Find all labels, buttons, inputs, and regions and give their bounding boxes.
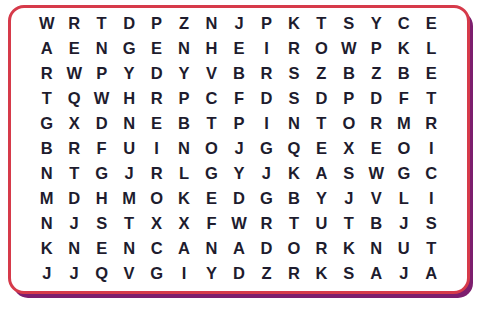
grid-cell-r10c4[interactable]: N: [115, 236, 142, 261]
grid-cell-r4c5[interactable]: R: [143, 86, 170, 111]
grid-cell-r7c13[interactable]: W: [363, 161, 390, 186]
grid-cell-r2c13[interactable]: P: [363, 36, 390, 61]
grid-cell-r1c4[interactable]: D: [115, 11, 142, 36]
grid-cell-r8c2[interactable]: D: [60, 186, 87, 211]
grid-cell-r5c3[interactable]: D: [88, 111, 115, 136]
grid-cell-r11c4[interactable]: V: [115, 261, 142, 286]
grid-cell-r8c13[interactable]: V: [363, 186, 390, 211]
grid-cell-r7c9[interactable]: J: [253, 161, 280, 186]
grid-cell-r4c8[interactable]: F: [225, 86, 252, 111]
grid-cell-r4c11[interactable]: D: [308, 86, 335, 111]
grid-cell-r2c5[interactable]: E: [143, 36, 170, 61]
grid-cell-r7c11[interactable]: A: [308, 161, 335, 186]
grid-cell-r2c9[interactable]: I: [253, 36, 280, 61]
grid-cell-r11c9[interactable]: Z: [253, 261, 280, 286]
grid-cell-r3c11[interactable]: Z: [308, 61, 335, 86]
grid-cell-r2c12[interactable]: W: [335, 36, 362, 61]
grid-cell-r5c9[interactable]: I: [253, 111, 280, 136]
grid-cell-r11c11[interactable]: K: [308, 261, 335, 286]
grid-cell-r1c7[interactable]: N: [198, 11, 225, 36]
grid-cell-r10c10[interactable]: O: [280, 236, 307, 261]
grid-cell-r9c3[interactable]: S: [88, 211, 115, 236]
grid-cell-r8c11[interactable]: Y: [308, 186, 335, 211]
grid-cell-r11c7[interactable]: Y: [198, 261, 225, 286]
grid-cell-r6c8[interactable]: J: [225, 136, 252, 161]
grid-cell-r8c15[interactable]: I: [418, 186, 445, 211]
grid-cell-r2c15[interactable]: L: [418, 36, 445, 61]
grid-cell-r6c9[interactable]: G: [253, 136, 280, 161]
grid-cell-r7c3[interactable]: G: [88, 161, 115, 186]
grid-cell-r11c10[interactable]: R: [280, 261, 307, 286]
grid-cell-r2c7[interactable]: H: [198, 36, 225, 61]
grid-cell-r10c3[interactable]: E: [88, 236, 115, 261]
grid-cell-r3c14[interactable]: B: [390, 61, 417, 86]
grid-cell-r4c9[interactable]: D: [253, 86, 280, 111]
grid-cell-r3c9[interactable]: R: [253, 61, 280, 86]
grid-cell-r6c2[interactable]: R: [60, 136, 87, 161]
grid-cell-r7c1[interactable]: N: [33, 161, 60, 186]
grid-cell-r3c10[interactable]: S: [280, 61, 307, 86]
grid-cell-r1c15[interactable]: E: [418, 11, 445, 36]
grid-cell-r2c6[interactable]: N: [170, 36, 197, 61]
grid-cell-r10c11[interactable]: R: [308, 236, 335, 261]
grid-cell-r10c7[interactable]: N: [198, 236, 225, 261]
grid-cell-r1c5[interactable]: P: [143, 11, 170, 36]
grid-cell-r4c6[interactable]: P: [170, 86, 197, 111]
grid-cell-r8c4[interactable]: M: [115, 186, 142, 211]
grid-cell-r6c14[interactable]: O: [390, 136, 417, 161]
grid-cell-r5c5[interactable]: E: [143, 111, 170, 136]
grid-cell-r4c12[interactable]: P: [335, 86, 362, 111]
grid-cell-r8c7[interactable]: E: [198, 186, 225, 211]
grid-cell-r10c14[interactable]: U: [390, 236, 417, 261]
grid-cell-r6c6[interactable]: N: [170, 136, 197, 161]
grid-cell-r9c14[interactable]: J: [390, 211, 417, 236]
grid-cell-r5c4[interactable]: N: [115, 111, 142, 136]
grid-cell-r3c5[interactable]: D: [143, 61, 170, 86]
grid-cell-r4c1[interactable]: T: [33, 86, 60, 111]
grid-cell-r1c6[interactable]: Z: [170, 11, 197, 36]
grid-cell-r2c3[interactable]: N: [88, 36, 115, 61]
grid-cell-r11c15[interactable]: A: [418, 261, 445, 286]
grid-cell-r7c12[interactable]: S: [335, 161, 362, 186]
grid-cell-r6c15[interactable]: I: [418, 136, 445, 161]
grid-cell-r4c7[interactable]: C: [198, 86, 225, 111]
grid-cell-r9c8[interactable]: W: [225, 211, 252, 236]
grid-cell-r3c15[interactable]: E: [418, 61, 445, 86]
grid-cell-r7c6[interactable]: L: [170, 161, 197, 186]
grid-cell-r3c7[interactable]: V: [198, 61, 225, 86]
grid-cell-r9c13[interactable]: B: [363, 211, 390, 236]
grid-cell-r3c4[interactable]: Y: [115, 61, 142, 86]
grid-cell-r1c2[interactable]: R: [60, 11, 87, 36]
grid-cell-r6c7[interactable]: O: [198, 136, 225, 161]
grid-cell-r10c2[interactable]: N: [60, 236, 87, 261]
grid-cell-r1c8[interactable]: J: [225, 11, 252, 36]
grid-cell-r1c12[interactable]: S: [335, 11, 362, 36]
grid-cell-r7c14[interactable]: G: [390, 161, 417, 186]
grid-cell-r10c13[interactable]: N: [363, 236, 390, 261]
grid-cell-r4c15[interactable]: T: [418, 86, 445, 111]
grid-cell-r2c11[interactable]: O: [308, 36, 335, 61]
grid-cell-r2c1[interactable]: A: [33, 36, 60, 61]
grid-cell-r7c4[interactable]: J: [115, 161, 142, 186]
grid-cell-r1c14[interactable]: C: [390, 11, 417, 36]
grid-cell-r8c9[interactable]: G: [253, 186, 280, 211]
grid-cell-r6c5[interactable]: I: [143, 136, 170, 161]
grid-cell-r5c10[interactable]: N: [280, 111, 307, 136]
grid-cell-r10c9[interactable]: D: [253, 236, 280, 261]
grid-cell-r3c3[interactable]: P: [88, 61, 115, 86]
grid-cell-r9c4[interactable]: T: [115, 211, 142, 236]
grid-cell-r4c2[interactable]: Q: [60, 86, 87, 111]
grid-cell-r4c10[interactable]: S: [280, 86, 307, 111]
grid-cell-r11c13[interactable]: A: [363, 261, 390, 286]
grid-cell-r8c10[interactable]: B: [280, 186, 307, 211]
grid-cell-r11c1[interactable]: J: [33, 261, 60, 286]
grid-cell-r9c11[interactable]: U: [308, 211, 335, 236]
grid-cell-r10c8[interactable]: A: [225, 236, 252, 261]
grid-cell-r9c2[interactable]: J: [60, 211, 87, 236]
grid-cell-r8c12[interactable]: J: [335, 186, 362, 211]
grid-cell-r6c1[interactable]: B: [33, 136, 60, 161]
grid-cell-r6c11[interactable]: E: [308, 136, 335, 161]
grid-cell-r5c14[interactable]: M: [390, 111, 417, 136]
grid-cell-r10c1[interactable]: K: [33, 236, 60, 261]
grid-cell-r2c14[interactable]: K: [390, 36, 417, 61]
grid-cell-r9c1[interactable]: N: [33, 211, 60, 236]
grid-cell-r6c10[interactable]: Q: [280, 136, 307, 161]
grid-cell-r5c2[interactable]: X: [60, 111, 87, 136]
grid-cell-r9c6[interactable]: X: [170, 211, 197, 236]
grid-cell-r11c3[interactable]: Q: [88, 261, 115, 286]
grid-cell-r3c8[interactable]: B: [225, 61, 252, 86]
grid-cell-r9c15[interactable]: S: [418, 211, 445, 236]
grid-cell-r4c13[interactable]: D: [363, 86, 390, 111]
grid-cell-r3c12[interactable]: B: [335, 61, 362, 86]
grid-cell-r1c3[interactable]: T: [88, 11, 115, 36]
grid-cell-r11c14[interactable]: J: [390, 261, 417, 286]
grid-cell-r9c5[interactable]: X: [143, 211, 170, 236]
grid-cell-r9c9[interactable]: R: [253, 211, 280, 236]
grid-cell-r6c13[interactable]: E: [363, 136, 390, 161]
grid-cell-r6c4[interactable]: U: [115, 136, 142, 161]
grid-cell-r5c8[interactable]: P: [225, 111, 252, 136]
grid-cell-r7c8[interactable]: Y: [225, 161, 252, 186]
grid-cell-r5c11[interactable]: T: [308, 111, 335, 136]
grid-cell-r7c15[interactable]: C: [418, 161, 445, 186]
grid-cell-r8c5[interactable]: O: [143, 186, 170, 211]
grid-cell-r11c5[interactable]: G: [143, 261, 170, 286]
grid-cell-r5c15[interactable]: R: [418, 111, 445, 136]
grid-cell-r7c7[interactable]: G: [198, 161, 225, 186]
grid-cell-r11c12[interactable]: S: [335, 261, 362, 286]
grid-cell-r9c7[interactable]: F: [198, 211, 225, 236]
grid-cell-r11c8[interactable]: D: [225, 261, 252, 286]
grid-cell-r1c11[interactable]: T: [308, 11, 335, 36]
grid-cell-r8c8[interactable]: D: [225, 186, 252, 211]
grid-cell-r4c4[interactable]: H: [115, 86, 142, 111]
grid-cell-r3c6[interactable]: Y: [170, 61, 197, 86]
grid-cell-r1c10[interactable]: K: [280, 11, 307, 36]
grid-cell-r5c7[interactable]: T: [198, 111, 225, 136]
grid-cell-r3c13[interactable]: Z: [363, 61, 390, 86]
grid-cell-r2c8[interactable]: E: [225, 36, 252, 61]
grid-cell-r1c13[interactable]: Y: [363, 11, 390, 36]
grid-cell-r5c12[interactable]: O: [335, 111, 362, 136]
grid-cell-r7c2[interactable]: T: [60, 161, 87, 186]
grid-cell-r11c6[interactable]: I: [170, 261, 197, 286]
word-search-grid: WRTDPZNJPKTSYCEAENGENHEIROWPKLRWPYDYVBRS…: [11, 8, 467, 291]
grid-cell-r8c3[interactable]: H: [88, 186, 115, 211]
grid-cell-r7c5[interactable]: R: [143, 161, 170, 186]
grid-cell-r7c10[interactable]: K: [280, 161, 307, 186]
grid-cell-r2c10[interactable]: R: [280, 36, 307, 61]
puzzle-card: WRTDPZNJPKTSYCEAENGENHEIROWPKLRWPYDYVBRS…: [8, 5, 470, 294]
grid-cell-r11c2[interactable]: J: [60, 261, 87, 286]
grid-cell-r6c12[interactable]: X: [335, 136, 362, 161]
grid-cell-r10c5[interactable]: C: [143, 236, 170, 261]
grid-cell-r3c1[interactable]: R: [33, 61, 60, 86]
grid-cell-r8c6[interactable]: K: [170, 186, 197, 211]
grid-cell-r8c1[interactable]: M: [33, 186, 60, 211]
grid-cell-r8c14[interactable]: L: [390, 186, 417, 211]
grid-cell-r2c2[interactable]: E: [60, 36, 87, 61]
grid-cell-r10c6[interactable]: A: [170, 236, 197, 261]
grid-cell-r4c3[interactable]: W: [88, 86, 115, 111]
grid-cell-r2c4[interactable]: G: [115, 36, 142, 61]
page-background: WRTDPZNJPKTSYCEAENGENHEIROWPKLRWPYDYVBRS…: [0, 0, 482, 315]
grid-cell-r6c3[interactable]: F: [88, 136, 115, 161]
grid-cell-r5c1[interactable]: G: [33, 111, 60, 136]
grid-cell-r1c9[interactable]: P: [253, 11, 280, 36]
grid-cell-r4c14[interactable]: F: [390, 86, 417, 111]
grid-cell-r3c2[interactable]: W: [60, 61, 87, 86]
grid-cell-r9c10[interactable]: T: [280, 211, 307, 236]
grid-cell-r1c1[interactable]: W: [33, 11, 60, 36]
grid-cell-r10c12[interactable]: K: [335, 236, 362, 261]
grid-cell-r9c12[interactable]: T: [335, 211, 362, 236]
grid-cell-r5c6[interactable]: B: [170, 111, 197, 136]
grid-cell-r5c13[interactable]: R: [363, 111, 390, 136]
grid-cell-r10c15[interactable]: T: [418, 236, 445, 261]
